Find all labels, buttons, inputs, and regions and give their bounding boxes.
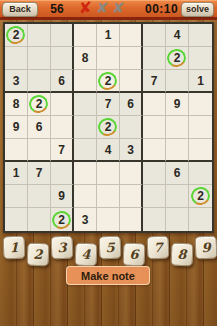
cell-r1c3[interactable] xyxy=(51,24,74,47)
cell-r3c6[interactable] xyxy=(120,70,143,93)
cell-digit: 1 xyxy=(197,74,204,88)
cell-r5c5[interactable]: 2 xyxy=(97,116,120,139)
cell-digit: 2 xyxy=(105,74,112,88)
cell-digit: 6 xyxy=(127,97,134,111)
number-pad: 123456789 xyxy=(3,236,217,266)
cell-r6c5[interactable]: 4 xyxy=(97,139,120,162)
cell-digit: 9 xyxy=(174,97,181,111)
cell-digit: 3 xyxy=(127,143,134,157)
mistake-x-icon: ✘ xyxy=(112,0,126,17)
number-button-2[interactable]: 2 xyxy=(27,243,50,267)
cell-r7c7[interactable] xyxy=(143,162,166,185)
cell-r6c1[interactable] xyxy=(5,139,28,162)
cell-r7c9[interactable] xyxy=(189,162,212,185)
cell-r5c6[interactable] xyxy=(120,116,143,139)
cell-r2c5[interactable] xyxy=(97,47,120,70)
cell-r8c4[interactable] xyxy=(74,185,97,208)
number-button-5[interactable]: 5 xyxy=(99,236,122,260)
cell-digit: 2 xyxy=(105,120,112,134)
cell-digit: 9 xyxy=(58,189,65,203)
cell-r1c8[interactable]: 4 xyxy=(166,24,189,47)
cell-r4c9[interactable] xyxy=(189,93,212,116)
cell-r5c2[interactable]: 6 xyxy=(28,116,51,139)
cell-r6c7[interactable] xyxy=(143,139,166,162)
cell-r9c8[interactable] xyxy=(166,208,189,231)
cell-r2c6[interactable] xyxy=(120,47,143,70)
number-button-1[interactable]: 1 xyxy=(3,236,26,260)
cell-digit: 3 xyxy=(82,213,89,227)
cell-r2c9[interactable] xyxy=(189,47,212,70)
cell-r8c9[interactable]: 2 xyxy=(189,185,212,208)
number-button-4[interactable]: 4 xyxy=(75,243,98,267)
cell-r2c3[interactable] xyxy=(51,47,74,70)
cell-r9c4[interactable]: 3 xyxy=(74,208,97,231)
cell-r3c5[interactable]: 2 xyxy=(97,70,120,93)
cell-r3c8[interactable] xyxy=(166,70,189,93)
cell-r4c6[interactable]: 6 xyxy=(120,93,143,116)
cell-r8c2[interactable] xyxy=(28,185,51,208)
cell-r8c7[interactable] xyxy=(143,185,166,208)
top-bar: Back 56 ✘✘✘ 00:10 solve xyxy=(0,0,217,20)
cell-r5c9[interactable] xyxy=(189,116,212,139)
cell-r7c3[interactable] xyxy=(51,162,74,185)
cell-r1c1[interactable]: 2 xyxy=(5,24,28,47)
cell-r2c7[interactable] xyxy=(143,47,166,70)
cell-digit: 1 xyxy=(105,28,112,42)
cell-r4c8[interactable]: 9 xyxy=(166,93,189,116)
app-screen: Back 56 ✘✘✘ 00:10 solve 2148236271827699… xyxy=(0,0,217,326)
cell-r3c9[interactable]: 1 xyxy=(189,70,212,93)
mistakes-indicator: ✘✘✘ xyxy=(79,0,139,17)
cell-digit: 7 xyxy=(36,166,43,180)
mistake-x-icon: ✘ xyxy=(95,0,109,17)
cell-r6c2[interactable] xyxy=(28,139,51,162)
cell-r2c1[interactable] xyxy=(5,47,28,70)
cell-r5c3[interactable] xyxy=(51,116,74,139)
cell-r1c2[interactable] xyxy=(28,24,51,47)
cell-digit: 7 xyxy=(105,97,112,111)
number-button-6[interactable]: 6 xyxy=(123,243,146,267)
sudoku-board: 2148236271827699627431769223 xyxy=(3,22,214,233)
cell-digit: 6 xyxy=(36,120,43,134)
cell-r3c3[interactable]: 6 xyxy=(51,70,74,93)
cell-r2c4[interactable]: 8 xyxy=(74,47,97,70)
cell-r7c8[interactable]: 6 xyxy=(166,162,189,185)
cell-r1c6[interactable] xyxy=(120,24,143,47)
cell-r7c1[interactable]: 1 xyxy=(5,162,28,185)
cell-r8c6[interactable] xyxy=(120,185,143,208)
cell-digit: 6 xyxy=(58,74,65,88)
number-button-9[interactable]: 9 xyxy=(195,236,217,260)
cell-r6c9[interactable] xyxy=(189,139,212,162)
cell-r9c9[interactable] xyxy=(189,208,212,231)
cell-r5c4[interactable] xyxy=(74,116,97,139)
timer: 00:10 xyxy=(145,2,181,16)
cell-r1c4[interactable] xyxy=(74,24,97,47)
cell-digit: 2 xyxy=(197,189,204,203)
cell-digit: 9 xyxy=(13,120,20,134)
cell-digit: 8 xyxy=(82,51,89,65)
cell-r7c6[interactable] xyxy=(120,162,143,185)
cell-r7c5[interactable] xyxy=(97,162,120,185)
cell-digit: 2 xyxy=(174,51,181,65)
cell-r2c8[interactable]: 2 xyxy=(166,47,189,70)
cell-r6c3[interactable]: 7 xyxy=(51,139,74,162)
cell-r4c5[interactable]: 7 xyxy=(97,93,120,116)
cell-r6c6[interactable]: 3 xyxy=(120,139,143,162)
cell-r4c1[interactable]: 8 xyxy=(5,93,28,116)
cell-digit: 7 xyxy=(151,74,158,88)
cell-r5c7[interactable] xyxy=(143,116,166,139)
cell-r1c9[interactable] xyxy=(189,24,212,47)
cell-r8c3[interactable]: 9 xyxy=(51,185,74,208)
mistake-x-icon: ✘ xyxy=(78,0,93,18)
cell-r3c7[interactable]: 7 xyxy=(143,70,166,93)
cell-digit: 8 xyxy=(13,97,20,111)
cell-digit: 7 xyxy=(58,143,65,157)
solve-button[interactable]: solve xyxy=(181,2,214,17)
cell-r5c8[interactable] xyxy=(166,116,189,139)
cell-digit: 4 xyxy=(105,143,112,157)
cell-r9c5[interactable] xyxy=(97,208,120,231)
cell-r4c2[interactable]: 2 xyxy=(28,93,51,116)
cell-r7c2[interactable]: 7 xyxy=(28,162,51,185)
cell-digit: 3 xyxy=(13,74,20,88)
cell-r5c1[interactable]: 9 xyxy=(5,116,28,139)
cell-r3c4[interactable] xyxy=(74,70,97,93)
cell-r7c4[interactable] xyxy=(74,162,97,185)
cell-r8c1[interactable] xyxy=(5,185,28,208)
cell-r9c2[interactable] xyxy=(28,208,51,231)
cell-r9c1[interactable] xyxy=(5,208,28,231)
cell-r8c5[interactable] xyxy=(97,185,120,208)
number-button-7[interactable]: 7 xyxy=(147,236,170,260)
cell-digit: 2 xyxy=(58,213,65,227)
back-button[interactable]: Back xyxy=(2,2,38,17)
make-note-button[interactable]: Make note xyxy=(66,266,150,285)
number-button-8[interactable]: 8 xyxy=(171,243,194,267)
cell-digit: 2 xyxy=(13,28,20,42)
cell-r4c4[interactable] xyxy=(74,93,97,116)
cell-r1c7[interactable] xyxy=(143,24,166,47)
cell-r4c3[interactable] xyxy=(51,93,74,116)
cell-digit: 1 xyxy=(13,166,20,180)
cell-r9c7[interactable] xyxy=(143,208,166,231)
cell-r8c8[interactable] xyxy=(166,185,189,208)
cell-digit: 6 xyxy=(174,166,181,180)
cell-r3c1[interactable]: 3 xyxy=(5,70,28,93)
cell-r3c2[interactable] xyxy=(28,70,51,93)
cell-r6c8[interactable] xyxy=(166,139,189,162)
remaining-counter: 56 xyxy=(44,2,70,16)
number-button-3[interactable]: 3 xyxy=(51,236,74,260)
cell-r9c6[interactable] xyxy=(120,208,143,231)
cell-r2c2[interactable] xyxy=(28,47,51,70)
cell-r9c3[interactable]: 2 xyxy=(51,208,74,231)
cell-digit: 4 xyxy=(174,28,181,42)
cell-r4c7[interactable] xyxy=(143,93,166,116)
cell-r1c5[interactable]: 1 xyxy=(97,24,120,47)
cell-digit: 2 xyxy=(36,97,43,111)
cell-r6c4[interactable] xyxy=(74,139,97,162)
